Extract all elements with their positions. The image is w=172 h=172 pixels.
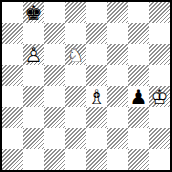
square-a5 [2, 65, 23, 86]
square-c7 [44, 23, 65, 44]
square-h5 [149, 65, 170, 86]
square-f2 [107, 128, 128, 149]
board-frame: ♚♟♙♞♘♝♗♟♚♔ [0, 0, 172, 172]
square-b8: ♚ [23, 2, 44, 23]
square-h7 [149, 23, 170, 44]
white-knight-fill: ♞ [64, 43, 87, 66]
square-b7 [23, 23, 44, 44]
square-b3 [23, 107, 44, 128]
square-c2 [44, 128, 65, 149]
chess-diagram: ♚♟♙♞♘♝♗♟♚♔ [0, 0, 172, 172]
chess-board: ♚♟♙♞♘♝♗♟♚♔ [2, 2, 170, 170]
square-b5 [23, 65, 44, 86]
square-d1 [65, 149, 86, 170]
black-king-b8: ♚ [22, 1, 45, 24]
square-f7 [107, 23, 128, 44]
square-f5 [107, 65, 128, 86]
square-e6 [86, 44, 107, 65]
square-h4: ♚♔ [149, 86, 170, 107]
square-c6 [44, 44, 65, 65]
square-f3 [107, 107, 128, 128]
square-b1 [23, 149, 44, 170]
square-g2 [128, 128, 149, 149]
square-b6: ♟♙ [23, 44, 44, 65]
square-d8 [65, 2, 86, 23]
square-e3 [86, 107, 107, 128]
black-pawn-g4: ♟ [127, 85, 150, 108]
white-pawn-b6: ♙ [22, 43, 45, 66]
square-d4 [65, 86, 86, 107]
square-h3 [149, 107, 170, 128]
square-g3 [128, 107, 149, 128]
square-g1 [128, 149, 149, 170]
square-e8 [86, 2, 107, 23]
square-d7 [65, 23, 86, 44]
white-king-fill: ♚ [148, 85, 171, 108]
white-pawn-fill: ♟ [22, 43, 45, 66]
square-a7 [2, 23, 23, 44]
square-c5 [44, 65, 65, 86]
square-h8 [149, 2, 170, 23]
square-h6 [149, 44, 170, 65]
square-a3 [2, 107, 23, 128]
square-c4 [44, 86, 65, 107]
white-knight-d6: ♘ [64, 43, 87, 66]
white-bishop-e4: ♗ [85, 85, 108, 108]
square-a6 [2, 44, 23, 65]
white-bishop-fill: ♝ [85, 85, 108, 108]
square-b4 [23, 86, 44, 107]
square-e4: ♝♗ [86, 86, 107, 107]
square-h2 [149, 128, 170, 149]
square-e5 [86, 65, 107, 86]
square-d2 [65, 128, 86, 149]
square-f6 [107, 44, 128, 65]
square-e1 [86, 149, 107, 170]
square-g7 [128, 23, 149, 44]
square-d5 [65, 65, 86, 86]
square-a2 [2, 128, 23, 149]
square-f1 [107, 149, 128, 170]
square-f8 [107, 2, 128, 23]
square-f4 [107, 86, 128, 107]
square-g5 [128, 65, 149, 86]
square-a8 [2, 2, 23, 23]
square-b2 [23, 128, 44, 149]
white-king-h4: ♔ [148, 85, 171, 108]
square-a4 [2, 86, 23, 107]
square-a1 [2, 149, 23, 170]
square-d3 [65, 107, 86, 128]
square-g8 [128, 2, 149, 23]
square-c8 [44, 2, 65, 23]
square-g6 [128, 44, 149, 65]
square-d6: ♞♘ [65, 44, 86, 65]
square-g4: ♟ [128, 86, 149, 107]
square-e2 [86, 128, 107, 149]
square-c1 [44, 149, 65, 170]
square-e7 [86, 23, 107, 44]
square-h1 [149, 149, 170, 170]
square-c3 [44, 107, 65, 128]
